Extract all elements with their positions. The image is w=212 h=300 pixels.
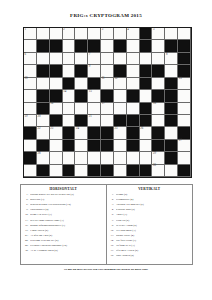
letter-cell[interactable] bbox=[63, 40, 76, 52]
black-cell bbox=[178, 53, 191, 65]
cell-clue-number: 23 bbox=[50, 127, 53, 130]
letter-cell[interactable]: 18 bbox=[152, 103, 165, 115]
letter-cell[interactable] bbox=[88, 28, 101, 40]
clue-item: 30.Är de i trängda lägen (2) bbox=[23, 248, 104, 253]
black-cell bbox=[75, 90, 88, 102]
cell-clue-number: 27 bbox=[179, 139, 182, 142]
letter-cell[interactable] bbox=[165, 165, 178, 177]
letter-cell[interactable]: 17 bbox=[101, 103, 114, 115]
letter-cell[interactable] bbox=[37, 28, 50, 40]
letter-cell[interactable]: 6 bbox=[24, 53, 37, 65]
cell-clue-number: 30 bbox=[153, 164, 156, 167]
cell-clue-number: 2 bbox=[63, 28, 65, 31]
letter-cell[interactable] bbox=[127, 152, 140, 164]
black-cell bbox=[114, 40, 127, 52]
letter-cell[interactable] bbox=[101, 152, 114, 164]
letter-cell[interactable] bbox=[50, 28, 63, 40]
black-cell bbox=[37, 65, 50, 77]
clue-item-number: 30. bbox=[23, 248, 30, 253]
black-cell bbox=[101, 165, 114, 177]
black-cell bbox=[152, 127, 165, 139]
across-header: HORISONTALT bbox=[23, 187, 104, 191]
letter-cell[interactable]: 19 bbox=[24, 115, 37, 127]
cell-clue-number: 1 bbox=[25, 28, 27, 31]
letter-cell[interactable] bbox=[165, 127, 178, 139]
letter-cell[interactable] bbox=[178, 28, 191, 40]
letter-cell[interactable]: 10 bbox=[24, 78, 37, 90]
letter-cell[interactable] bbox=[50, 78, 63, 90]
letter-cell[interactable]: 12 bbox=[114, 78, 127, 90]
letter-cell[interactable]: 24 bbox=[75, 127, 88, 139]
letter-cell[interactable] bbox=[114, 140, 127, 152]
cell-clue-number: 6 bbox=[25, 53, 27, 56]
letter-cell[interactable] bbox=[63, 103, 76, 115]
cell-clue-number: 7 bbox=[89, 53, 91, 56]
letter-cell[interactable] bbox=[178, 90, 191, 102]
down-clue-list: 1.Svamp (8)2.Vitaminbrist (4)3.Används v… bbox=[109, 192, 191, 258]
letter-cell[interactable] bbox=[127, 65, 140, 77]
letter-cell[interactable] bbox=[75, 165, 88, 177]
letter-cell[interactable] bbox=[140, 152, 153, 164]
black-cell bbox=[88, 165, 101, 177]
clue-item: 18.Hörs i hagen (2) bbox=[109, 253, 191, 258]
letter-cell[interactable] bbox=[24, 90, 37, 102]
letter-cell[interactable]: 7 bbox=[88, 53, 101, 65]
black-cell bbox=[88, 140, 101, 152]
black-cell bbox=[140, 103, 153, 115]
black-cell bbox=[140, 78, 153, 90]
letter-cell[interactable] bbox=[24, 165, 37, 177]
letter-cell[interactable] bbox=[75, 28, 88, 40]
black-cell bbox=[63, 140, 76, 152]
cell-clue-number: 14 bbox=[63, 90, 66, 93]
black-cell bbox=[75, 65, 88, 77]
letter-cell[interactable] bbox=[50, 140, 63, 152]
clue-item-text: Hörs i hagen (2) bbox=[116, 253, 191, 258]
letter-cell[interactable] bbox=[63, 53, 76, 65]
black-cell bbox=[101, 140, 114, 152]
down-header: VERTIKALT bbox=[109, 187, 191, 191]
puzzle-title: FRIG:s CRYPTOGRAM 2015 bbox=[0, 13, 212, 18]
black-cell bbox=[50, 40, 63, 52]
letter-cell[interactable] bbox=[140, 90, 153, 102]
black-cell bbox=[127, 127, 140, 139]
letter-cell[interactable] bbox=[114, 103, 127, 115]
black-cell bbox=[24, 127, 37, 139]
letter-cell[interactable] bbox=[114, 165, 127, 177]
letter-cell[interactable] bbox=[152, 40, 165, 52]
cell-clue-number: 9 bbox=[89, 65, 91, 68]
cell-clue-number: 11 bbox=[102, 77, 105, 80]
cell-clue-number: 4 bbox=[127, 28, 129, 31]
letter-cell[interactable] bbox=[75, 103, 88, 115]
black-cell bbox=[50, 65, 63, 77]
black-cell bbox=[88, 40, 101, 52]
black-cell bbox=[127, 165, 140, 177]
letter-cell[interactable]: 16 bbox=[50, 103, 63, 115]
letter-cell[interactable] bbox=[127, 78, 140, 90]
letter-cell[interactable] bbox=[24, 140, 37, 152]
cell-clue-number: 26 bbox=[140, 127, 143, 130]
down-clues-column: VERTIKALT 1.Svamp (8)2.Vitaminbrist (4)3… bbox=[107, 185, 193, 264]
letter-cell[interactable] bbox=[127, 103, 140, 115]
letter-cell[interactable] bbox=[114, 28, 127, 40]
letter-cell[interactable] bbox=[114, 90, 127, 102]
letter-cell[interactable] bbox=[140, 140, 153, 152]
letter-cell[interactable] bbox=[127, 53, 140, 65]
black-cell bbox=[63, 165, 76, 177]
black-cell bbox=[88, 127, 101, 139]
cell-clue-number: 12 bbox=[115, 77, 118, 80]
letter-cell[interactable] bbox=[178, 115, 191, 127]
letter-cell[interactable] bbox=[152, 53, 165, 65]
letter-cell[interactable]: 11 bbox=[101, 78, 114, 90]
letter-cell[interactable] bbox=[114, 152, 127, 164]
letter-cell[interactable]: 30 bbox=[152, 165, 165, 177]
black-cell bbox=[75, 40, 88, 52]
black-cell bbox=[165, 90, 178, 102]
black-cell bbox=[127, 115, 140, 127]
letter-cell[interactable] bbox=[24, 40, 37, 52]
letter-cell[interactable]: 15 bbox=[88, 90, 101, 102]
cell-clue-number: 17 bbox=[102, 102, 105, 105]
letter-cell[interactable] bbox=[165, 65, 178, 77]
letter-cell[interactable] bbox=[63, 65, 76, 77]
letter-cell[interactable] bbox=[63, 152, 76, 164]
cell-clue-number: 22 bbox=[37, 127, 40, 130]
letter-cell[interactable]: 3 bbox=[101, 28, 114, 40]
cell-clue-number: 8 bbox=[166, 53, 168, 56]
letter-cell[interactable] bbox=[75, 78, 88, 90]
letter-cell[interactable] bbox=[75, 152, 88, 164]
letter-cell[interactable] bbox=[127, 40, 140, 52]
crossword-grid: 1234567891011121314151617181920212223242… bbox=[23, 27, 192, 178]
black-cell bbox=[63, 127, 76, 139]
black-cell bbox=[37, 165, 50, 177]
across-clues-column: HORISONTALT 1.Sådana gjorde det när det … bbox=[21, 185, 107, 264]
letter-cell[interactable] bbox=[88, 152, 101, 164]
black-cell bbox=[37, 40, 50, 52]
cell-clue-number: 24 bbox=[76, 127, 79, 130]
letter-cell[interactable] bbox=[101, 53, 114, 65]
black-cell bbox=[165, 40, 178, 52]
letter-cell[interactable] bbox=[152, 78, 165, 90]
black-cell bbox=[140, 165, 153, 177]
black-cell bbox=[101, 127, 114, 139]
letter-cell[interactable]: 9 bbox=[88, 65, 101, 77]
letter-cell[interactable] bbox=[101, 40, 114, 52]
black-cell bbox=[140, 65, 153, 77]
letter-cell[interactable] bbox=[37, 53, 50, 65]
letter-cell[interactable] bbox=[50, 53, 63, 65]
letter-cell[interactable] bbox=[178, 103, 191, 115]
cell-clue-number: 28 bbox=[37, 152, 40, 155]
letter-cell[interactable] bbox=[178, 152, 191, 164]
black-cell bbox=[165, 103, 178, 115]
letter-cell[interactable]: 14 bbox=[63, 90, 76, 102]
letter-cell[interactable]: 1 bbox=[24, 28, 37, 40]
letter-cell[interactable]: 26 bbox=[140, 127, 153, 139]
cell-clue-number: 18 bbox=[153, 102, 156, 105]
black-cell bbox=[165, 140, 178, 152]
black-cell bbox=[178, 165, 191, 177]
letter-cell[interactable] bbox=[50, 165, 63, 177]
letter-cell[interactable] bbox=[75, 140, 88, 152]
letter-cell[interactable]: 28 bbox=[37, 152, 50, 164]
cell-clue-number: 21 bbox=[89, 115, 92, 118]
letter-cell[interactable]: 23 bbox=[50, 127, 63, 139]
black-cell bbox=[127, 140, 140, 152]
letter-cell[interactable]: 4 bbox=[127, 28, 140, 40]
letter-cell[interactable]: 2 bbox=[63, 28, 76, 40]
clue-item-number: 18. bbox=[109, 253, 116, 258]
cell-clue-number: 19 bbox=[25, 115, 28, 118]
letter-cell[interactable]: 8 bbox=[165, 53, 178, 65]
black-cell bbox=[37, 90, 50, 102]
cell-clue-number: 29 bbox=[153, 152, 156, 155]
letter-cell[interactable] bbox=[152, 115, 165, 127]
black-cell bbox=[127, 90, 140, 102]
cell-clue-number: 15 bbox=[89, 90, 92, 93]
letter-cell[interactable] bbox=[50, 152, 63, 164]
letter-cell[interactable] bbox=[37, 78, 50, 90]
letter-cell[interactable]: 21 bbox=[88, 115, 101, 127]
letter-cell[interactable] bbox=[165, 28, 178, 40]
footer-note: Se hur du löser krysset och vart lösning… bbox=[0, 267, 212, 271]
cell-clue-number: 10 bbox=[25, 77, 28, 80]
letter-cell[interactable] bbox=[75, 53, 88, 65]
letter-cell[interactable]: 22 bbox=[37, 127, 50, 139]
clue-item-text: Är de i trängda lägen (2) bbox=[30, 248, 104, 253]
letter-cell[interactable] bbox=[63, 115, 76, 127]
black-cell bbox=[165, 78, 178, 90]
letter-cell[interactable]: 5 bbox=[152, 28, 165, 40]
letter-cell[interactable] bbox=[140, 53, 153, 65]
cell-clue-number: 25 bbox=[115, 127, 118, 130]
black-cell bbox=[140, 28, 153, 40]
letter-cell[interactable] bbox=[114, 53, 127, 65]
black-cell bbox=[178, 40, 191, 52]
letter-cell[interactable]: 27 bbox=[178, 140, 191, 152]
cell-clue-number: 16 bbox=[50, 102, 53, 105]
letter-cell[interactable]: 25 bbox=[114, 127, 127, 139]
black-cell bbox=[24, 152, 37, 164]
black-cell bbox=[140, 40, 153, 52]
black-cell bbox=[165, 152, 178, 164]
cell-clue-number: 5 bbox=[153, 28, 155, 31]
letter-cell[interactable]: 13 bbox=[178, 78, 191, 90]
cell-clue-number: 13 bbox=[179, 77, 182, 80]
clue-table: HORISONTALT 1.Sådana gjorde det när det … bbox=[20, 184, 193, 265]
cell-clue-number: 3 bbox=[102, 28, 104, 31]
black-cell bbox=[152, 65, 165, 77]
letter-cell[interactable] bbox=[101, 115, 114, 127]
black-cell bbox=[165, 115, 178, 127]
cell-clue-number: 20 bbox=[37, 115, 40, 118]
across-clue-list: 1.Sådana gjorde det när det begav sig (9… bbox=[23, 192, 104, 253]
